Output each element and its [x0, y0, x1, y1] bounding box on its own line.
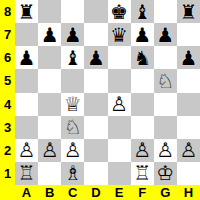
square-c8[interactable]: [61, 0, 84, 23]
square-e8[interactable]: ♚: [108, 0, 131, 23]
square-a6[interactable]: ♟: [15, 46, 38, 69]
square-g5[interactable]: ♘: [154, 69, 177, 92]
black-pawn-c7: ♟: [64, 25, 82, 45]
square-g1[interactable]: ♔: [154, 162, 177, 185]
square-e5[interactable]: [108, 69, 131, 92]
black-pawn-g7: ♟: [156, 25, 174, 45]
black-pawn-f7: ♟: [133, 25, 151, 45]
black-bishop-f8: ♝: [133, 2, 151, 22]
rank-label-8: 8: [0, 0, 15, 23]
black-queen-e7: ♛: [110, 25, 128, 45]
square-g3[interactable]: [154, 116, 177, 139]
square-b5[interactable]: [38, 69, 61, 92]
file-label-G: G: [154, 185, 177, 200]
white-pawn-f2: ♙: [133, 140, 151, 160]
square-c3[interactable]: ♘: [61, 116, 84, 139]
corner-spacer: [0, 185, 15, 200]
square-c7[interactable]: ♟: [61, 23, 84, 46]
square-d6[interactable]: ♟: [84, 46, 107, 69]
square-g2[interactable]: ♙: [154, 139, 177, 162]
black-pawn-d6: ♟: [87, 48, 105, 68]
square-d5[interactable]: [84, 69, 107, 92]
square-h6[interactable]: ♟: [177, 46, 200, 69]
square-e2[interactable]: [108, 139, 131, 162]
square-e6[interactable]: [108, 46, 131, 69]
white-rook-f1: ♖: [133, 163, 151, 183]
square-g6[interactable]: [154, 46, 177, 69]
chess-board: 8♜♚♝♜7♟♟♛♟♟6♟♝♟♞♟5♘4♕♙3♘2♙♙♙♙♙♙1♖♗♖♔ABCD…: [0, 0, 200, 200]
square-h2[interactable]: ♙: [177, 139, 200, 162]
white-knight-g5: ♘: [156, 71, 174, 91]
square-b3[interactable]: [38, 116, 61, 139]
square-b7[interactable]: ♟: [38, 23, 61, 46]
square-f6[interactable]: ♞: [131, 46, 154, 69]
square-g7[interactable]: ♟: [154, 23, 177, 46]
square-b8[interactable]: [38, 0, 61, 23]
rank-label-2: 2: [0, 139, 15, 162]
square-b2[interactable]: ♙: [38, 139, 61, 162]
square-a8[interactable]: ♜: [15, 0, 38, 23]
white-rook-a1: ♖: [18, 163, 36, 183]
square-c5[interactable]: [61, 69, 84, 92]
square-f4[interactable]: [131, 93, 154, 116]
square-g8[interactable]: [154, 0, 177, 23]
rank-label-5: 5: [0, 69, 15, 92]
square-a2[interactable]: ♙: [15, 139, 38, 162]
black-bishop-c6: ♝: [64, 48, 82, 68]
black-rook-a8: ♜: [18, 2, 36, 22]
square-c2[interactable]: ♙: [61, 139, 84, 162]
square-d7[interactable]: [84, 23, 107, 46]
black-king-e8: ♚: [110, 2, 128, 22]
rank-label-7: 7: [0, 23, 15, 46]
square-f3[interactable]: [131, 116, 154, 139]
square-f8[interactable]: ♝: [131, 0, 154, 23]
white-pawn-a2: ♙: [18, 140, 36, 160]
square-g4[interactable]: [154, 93, 177, 116]
square-c6[interactable]: ♝: [61, 46, 84, 69]
white-bishop-c1: ♗: [64, 163, 82, 183]
file-label-E: E: [108, 185, 131, 200]
file-label-B: B: [38, 185, 61, 200]
white-pawn-h2: ♙: [179, 140, 197, 160]
white-pawn-g2: ♙: [156, 140, 174, 160]
square-a5[interactable]: [15, 69, 38, 92]
square-d2[interactable]: [84, 139, 107, 162]
square-b4[interactable]: [38, 93, 61, 116]
square-b6[interactable]: [38, 46, 61, 69]
white-king-g1: ♔: [156, 163, 174, 183]
square-a1[interactable]: ♖: [15, 162, 38, 185]
black-rook-h8: ♜: [179, 2, 197, 22]
square-e3[interactable]: [108, 116, 131, 139]
file-label-D: D: [84, 185, 107, 200]
rank-label-3: 3: [0, 116, 15, 139]
square-f7[interactable]: ♟: [131, 23, 154, 46]
file-label-F: F: [131, 185, 154, 200]
square-c1[interactable]: ♗: [61, 162, 84, 185]
square-a4[interactable]: [15, 93, 38, 116]
black-pawn-b7: ♟: [41, 25, 59, 45]
square-d8[interactable]: [84, 0, 107, 23]
square-a3[interactable]: [15, 116, 38, 139]
black-pawn-a6: ♟: [18, 48, 36, 68]
square-f5[interactable]: [131, 69, 154, 92]
square-d1[interactable]: [84, 162, 107, 185]
rank-label-6: 6: [0, 46, 15, 69]
black-knight-f6: ♞: [133, 48, 151, 68]
square-e1[interactable]: [108, 162, 131, 185]
square-h4[interactable]: [177, 93, 200, 116]
square-h3[interactable]: [177, 116, 200, 139]
rank-label-1: 1: [0, 162, 15, 185]
square-h5[interactable]: [177, 69, 200, 92]
square-d4[interactable]: [84, 93, 107, 116]
square-c4[interactable]: ♕: [61, 93, 84, 116]
square-b1[interactable]: [38, 162, 61, 185]
black-pawn-h6: ♟: [179, 48, 197, 68]
square-e7[interactable]: ♛: [108, 23, 131, 46]
white-pawn-b2: ♙: [41, 140, 59, 160]
file-label-C: C: [61, 185, 84, 200]
square-h8[interactable]: ♜: [177, 0, 200, 23]
square-e4[interactable]: ♙: [108, 93, 131, 116]
white-queen-c4: ♕: [64, 94, 82, 114]
square-a7[interactable]: [15, 23, 38, 46]
white-knight-c3: ♘: [64, 117, 82, 137]
file-label-H: H: [177, 185, 200, 200]
square-f2[interactable]: ♙: [131, 139, 154, 162]
white-pawn-e4: ♙: [110, 94, 128, 114]
square-d3[interactable]: [84, 116, 107, 139]
square-f1[interactable]: ♖: [131, 162, 154, 185]
square-h7[interactable]: [177, 23, 200, 46]
white-pawn-c2: ♙: [64, 140, 82, 160]
rank-label-4: 4: [0, 93, 15, 116]
file-label-A: A: [15, 185, 38, 200]
square-h1[interactable]: [177, 162, 200, 185]
